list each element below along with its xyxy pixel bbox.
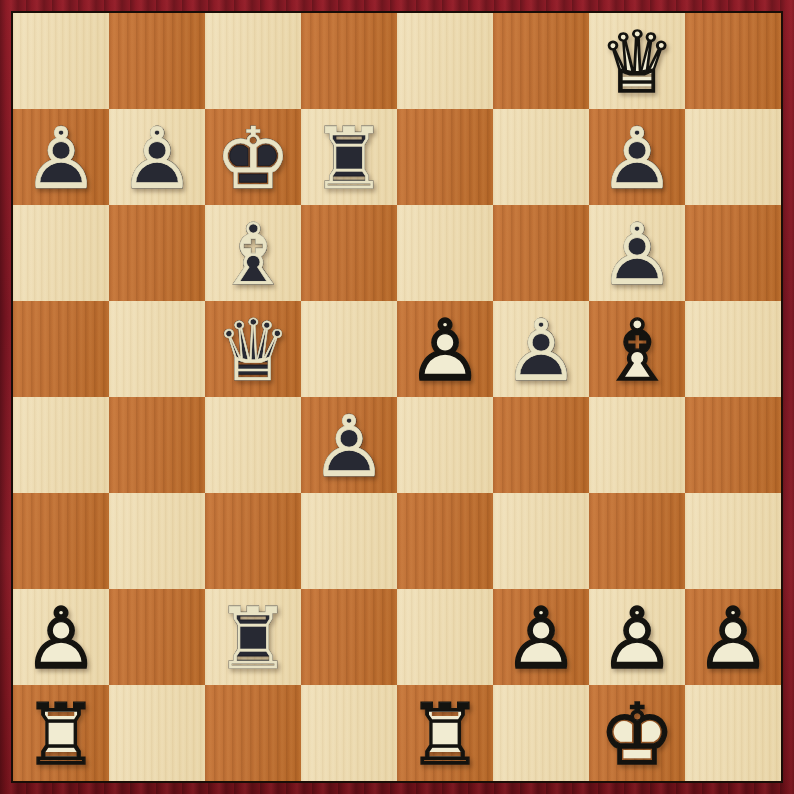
piece-outline-glyph: ♕ <box>205 301 301 397</box>
black-rook[interactable]: ♜♖ <box>205 589 301 685</box>
square-a3[interactable] <box>13 493 109 589</box>
square-a1[interactable]: ♜♖ <box>13 685 109 781</box>
square-e3[interactable] <box>397 493 493 589</box>
square-e7[interactable] <box>397 109 493 205</box>
piece-outline-glyph: ♕ <box>589 13 685 109</box>
piece-outline-glyph: ♔ <box>205 109 301 205</box>
square-d2[interactable] <box>301 589 397 685</box>
square-d4[interactable]: ♟♙ <box>301 397 397 493</box>
white-pawn[interactable]: ♟♙ <box>685 589 781 685</box>
square-b5[interactable] <box>109 301 205 397</box>
square-h5[interactable] <box>685 301 781 397</box>
square-f2[interactable]: ♟♙ <box>493 589 589 685</box>
square-b6[interactable] <box>109 205 205 301</box>
square-g1[interactable]: ♚♔ <box>589 685 685 781</box>
square-g6[interactable]: ♟♙ <box>589 205 685 301</box>
square-g3[interactable] <box>589 493 685 589</box>
square-g7[interactable]: ♟♙ <box>589 109 685 205</box>
white-pawn[interactable]: ♟♙ <box>589 589 685 685</box>
piece-outline-glyph: ♗ <box>589 301 685 397</box>
square-f5[interactable]: ♟♙ <box>493 301 589 397</box>
piece-outline-glyph: ♗ <box>205 205 301 301</box>
square-b2[interactable] <box>109 589 205 685</box>
white-queen[interactable]: ♛♕ <box>589 13 685 109</box>
square-d1[interactable] <box>301 685 397 781</box>
white-pawn[interactable]: ♟♙ <box>493 589 589 685</box>
black-rook[interactable]: ♜♖ <box>301 109 397 205</box>
chess-board: ♛♕♟♙♟♙♚♔♜♖♟♙♝♗♟♙♛♕♟♙♟♙♝♗♟♙♟♙♜♖♟♙♟♙♟♙♜♖♜♖… <box>13 13 781 781</box>
square-c1[interactable] <box>205 685 301 781</box>
square-a6[interactable] <box>13 205 109 301</box>
square-b7[interactable]: ♟♙ <box>109 109 205 205</box>
square-d7[interactable]: ♜♖ <box>301 109 397 205</box>
piece-outline-glyph: ♖ <box>301 109 397 205</box>
square-h2[interactable]: ♟♙ <box>685 589 781 685</box>
square-e8[interactable] <box>397 13 493 109</box>
black-pawn[interactable]: ♟♙ <box>589 205 685 301</box>
square-h4[interactable] <box>685 397 781 493</box>
square-f7[interactable] <box>493 109 589 205</box>
square-d6[interactable] <box>301 205 397 301</box>
piece-outline-glyph: ♙ <box>397 301 493 397</box>
piece-outline-glyph: ♙ <box>493 589 589 685</box>
square-a8[interactable] <box>13 13 109 109</box>
square-c7[interactable]: ♚♔ <box>205 109 301 205</box>
square-b1[interactable] <box>109 685 205 781</box>
piece-outline-glyph: ♙ <box>301 397 397 493</box>
square-c5[interactable]: ♛♕ <box>205 301 301 397</box>
square-e5[interactable]: ♟♙ <box>397 301 493 397</box>
black-pawn[interactable]: ♟♙ <box>493 301 589 397</box>
black-pawn[interactable]: ♟♙ <box>109 109 205 205</box>
square-g5[interactable]: ♝♗ <box>589 301 685 397</box>
piece-outline-glyph: ♙ <box>589 109 685 205</box>
square-h7[interactable] <box>685 109 781 205</box>
black-queen[interactable]: ♛♕ <box>205 301 301 397</box>
square-f6[interactable] <box>493 205 589 301</box>
black-king[interactable]: ♚♔ <box>205 109 301 205</box>
square-f1[interactable] <box>493 685 589 781</box>
white-pawn[interactable]: ♟♙ <box>13 589 109 685</box>
square-d3[interactable] <box>301 493 397 589</box>
square-g2[interactable]: ♟♙ <box>589 589 685 685</box>
square-c2[interactable]: ♜♖ <box>205 589 301 685</box>
square-b4[interactable] <box>109 397 205 493</box>
square-d8[interactable] <box>301 13 397 109</box>
square-e2[interactable] <box>397 589 493 685</box>
square-a7[interactable]: ♟♙ <box>13 109 109 205</box>
piece-outline-glyph: ♙ <box>13 109 109 205</box>
square-f4[interactable] <box>493 397 589 493</box>
piece-outline-glyph: ♙ <box>493 301 589 397</box>
square-h6[interactable] <box>685 205 781 301</box>
square-e4[interactable] <box>397 397 493 493</box>
white-king[interactable]: ♚♔ <box>589 685 685 781</box>
piece-outline-glyph: ♙ <box>589 589 685 685</box>
square-h1[interactable] <box>685 685 781 781</box>
black-pawn[interactable]: ♟♙ <box>589 109 685 205</box>
piece-outline-glyph: ♖ <box>205 589 301 685</box>
black-pawn[interactable]: ♟♙ <box>13 109 109 205</box>
piece-outline-glyph: ♙ <box>109 109 205 205</box>
piece-outline-glyph: ♙ <box>685 589 781 685</box>
black-bishop[interactable]: ♝♗ <box>205 205 301 301</box>
piece-outline-glyph: ♖ <box>13 685 109 781</box>
square-b3[interactable] <box>109 493 205 589</box>
square-a4[interactable] <box>13 397 109 493</box>
square-e6[interactable] <box>397 205 493 301</box>
square-c4[interactable] <box>205 397 301 493</box>
square-h3[interactable] <box>685 493 781 589</box>
piece-outline-glyph: ♔ <box>589 685 685 781</box>
square-g8[interactable]: ♛♕ <box>589 13 685 109</box>
square-c8[interactable] <box>205 13 301 109</box>
square-c3[interactable] <box>205 493 301 589</box>
square-b8[interactable] <box>109 13 205 109</box>
square-a5[interactable] <box>13 301 109 397</box>
white-bishop[interactable]: ♝♗ <box>589 301 685 397</box>
white-rook[interactable]: ♜♖ <box>13 685 109 781</box>
white-rook[interactable]: ♜♖ <box>397 685 493 781</box>
black-pawn[interactable]: ♟♙ <box>301 397 397 493</box>
square-f8[interactable] <box>493 13 589 109</box>
piece-outline-glyph: ♙ <box>589 205 685 301</box>
white-pawn[interactable]: ♟♙ <box>397 301 493 397</box>
square-g4[interactable] <box>589 397 685 493</box>
piece-outline-glyph: ♖ <box>397 685 493 781</box>
square-a2[interactable]: ♟♙ <box>13 589 109 685</box>
square-c6[interactable]: ♝♗ <box>205 205 301 301</box>
piece-outline-glyph: ♙ <box>13 589 109 685</box>
square-h8[interactable] <box>685 13 781 109</box>
square-e1[interactable]: ♜♖ <box>397 685 493 781</box>
square-f3[interactable] <box>493 493 589 589</box>
square-d5[interactable] <box>301 301 397 397</box>
board-frame: ♛♕♟♙♟♙♚♔♜♖♟♙♝♗♟♙♛♕♟♙♟♙♝♗♟♙♟♙♜♖♟♙♟♙♟♙♜♖♜♖… <box>0 0 794 794</box>
